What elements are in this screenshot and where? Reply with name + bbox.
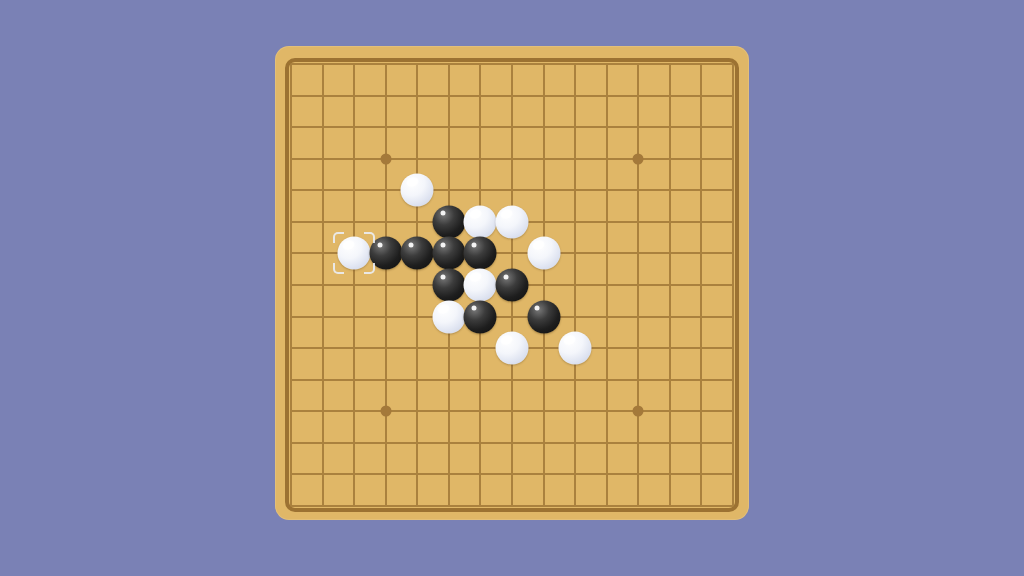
- white-stone: [338, 237, 371, 270]
- white-stone: [496, 332, 529, 365]
- grid-line-vertical: [606, 64, 608, 506]
- gomoku-board[interactable]: [275, 46, 749, 520]
- black-stone: [369, 237, 402, 270]
- grid-line-vertical: [732, 64, 734, 506]
- grid-line-vertical: [637, 64, 639, 506]
- white-stone: [432, 300, 465, 333]
- grid-line-horizontal: [291, 473, 733, 475]
- board-intersections[interactable]: [291, 64, 733, 506]
- app-background: { "game": { "name": "Gomoku (Five in a R…: [0, 0, 1024, 576]
- black-stone: [496, 269, 529, 302]
- star-point: [380, 406, 391, 417]
- black-stone: [464, 237, 497, 270]
- grid-line-vertical: [574, 64, 576, 506]
- grid-line-horizontal: [291, 505, 733, 507]
- grid-line-horizontal: [291, 379, 733, 381]
- white-stone: [464, 269, 497, 302]
- white-stone: [464, 205, 497, 238]
- board-grid-border: [285, 58, 739, 512]
- grid-line-vertical: [669, 64, 671, 506]
- star-point: [633, 153, 644, 164]
- white-stone: [559, 332, 592, 365]
- black-stone: [432, 269, 465, 302]
- grid-line-vertical: [700, 64, 702, 506]
- black-stone: [432, 237, 465, 270]
- black-stone: [401, 237, 434, 270]
- star-point: [380, 153, 391, 164]
- grid-line-horizontal: [291, 410, 733, 412]
- black-stone: [527, 300, 560, 333]
- black-stone: [432, 205, 465, 238]
- grid-line-horizontal: [291, 442, 733, 444]
- grid-line-vertical: [543, 64, 545, 506]
- white-stone: [527, 237, 560, 270]
- black-stone: [464, 300, 497, 333]
- white-stone: [401, 174, 434, 207]
- grid-line-horizontal: [291, 316, 733, 318]
- white-stone: [496, 205, 529, 238]
- star-point: [633, 406, 644, 417]
